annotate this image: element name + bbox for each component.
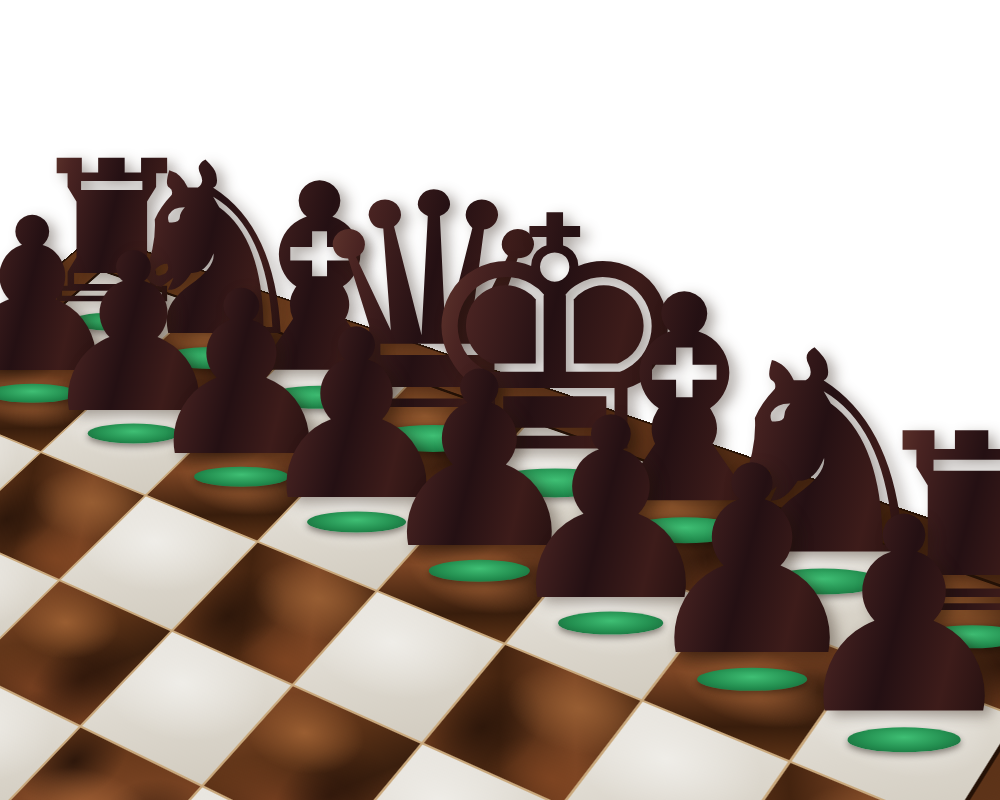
pawn-glyph: ♟ <box>783 484 1000 754</box>
photo-stage: ♜♞♝♛♚♝♞♜♟♟♟♟♟♟♟♟ <box>0 0 1000 800</box>
piece-black-pawn-h7[interactable]: ♟ <box>783 484 1000 754</box>
